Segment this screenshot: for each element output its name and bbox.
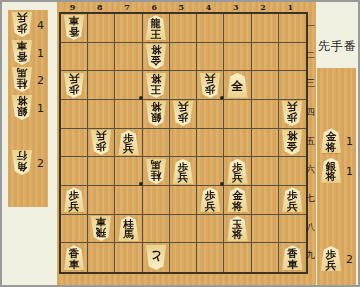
square-7-7[interactable] — [115, 186, 142, 215]
shogi-piece-歩兵-gote[interactable]: 歩兵 — [11, 12, 33, 37]
piece-kanji: 全 — [231, 80, 243, 92]
square-1-3[interactable] — [279, 71, 306, 100]
piece-kanji: 銀 — [17, 106, 28, 117]
shogi-piece-銀将-sente[interactable]: 銀将 — [320, 158, 342, 183]
square-2-7[interactable] — [252, 186, 279, 215]
file-label-5: 5 — [168, 3, 195, 12]
shogi-piece-歩兵-sente[interactable]: 歩兵 — [63, 187, 85, 212]
piece-kanji: 車 — [69, 16, 80, 27]
piece-kanji: 将 — [326, 142, 337, 153]
square-9-4[interactable] — [61, 100, 88, 129]
square-8-8[interactable]: 飛車 — [88, 215, 115, 244]
square-8-2[interactable] — [88, 43, 115, 72]
file-label-8: 8 — [86, 3, 113, 12]
square-6-5[interactable] — [143, 129, 170, 158]
piece-kanji: 角 — [17, 161, 28, 172]
square-9-7[interactable]: 歩兵 — [61, 186, 88, 215]
square-2-9[interactable] — [252, 243, 279, 272]
shogi-piece-香車-sente[interactable]: 香車 — [281, 245, 303, 270]
piece-kanji: 馬 — [123, 229, 134, 240]
square-2-3[interactable] — [252, 71, 279, 100]
square-2-8[interactable] — [252, 215, 279, 244]
file-label-4: 4 — [195, 3, 222, 12]
square-4-5[interactable] — [197, 129, 224, 158]
piece-kanji: 香 — [17, 51, 28, 62]
shogi-piece-歩兵-sente[interactable]: 歩兵 — [118, 130, 140, 155]
square-1-4[interactable]: 歩兵 — [279, 100, 306, 129]
square-5-8[interactable] — [170, 215, 197, 244]
piece-kanji: 王 — [151, 29, 162, 40]
shogi-piece-飛車-gote[interactable]: 飛車 — [90, 216, 112, 241]
shogi-piece-歩兵-sente[interactable]: 歩兵 — [199, 187, 221, 212]
shogi-piece-歩兵-sente[interactable]: 歩兵 — [172, 159, 194, 184]
square-2-5[interactable] — [252, 129, 279, 158]
square-6-7[interactable] — [143, 186, 170, 215]
shogi-piece-龍王-sente[interactable]: 龍王 — [145, 15, 167, 40]
square-3-5[interactable] — [224, 129, 251, 158]
square-9-2[interactable] — [61, 43, 88, 72]
piece-kanji: 兵 — [178, 102, 189, 113]
piece-kanji: 兵 — [17, 13, 28, 24]
square-3-2[interactable] — [224, 43, 251, 72]
shogi-piece-歩兵-gote[interactable]: 歩兵 — [281, 101, 303, 126]
shogi-piece-金将-gote[interactable]: 金将 — [281, 130, 303, 155]
board-star-point — [139, 182, 143, 186]
gote-captured-tray: 歩兵4香車1桂馬2銀将1角行2 — [8, 10, 48, 207]
square-6-4[interactable]: 銀将 — [143, 100, 170, 129]
piece-kanji: 桂 — [17, 79, 28, 90]
piece-kanji: 兵 — [326, 260, 337, 271]
shogi-piece-銀将-gote[interactable]: 銀将 — [145, 101, 167, 126]
shogi-piece-歩兵-gote[interactable]: 歩兵 — [63, 73, 85, 98]
piece-kanji: 兵 — [69, 74, 80, 85]
square-4-1[interactable] — [197, 14, 224, 43]
square-1-9[interactable]: 香車 — [279, 243, 306, 272]
piece-kanji: 馬 — [17, 68, 28, 79]
piece-kanji: 兵 — [232, 172, 243, 183]
square-3-9[interactable] — [224, 243, 251, 272]
captured-count-香車: 1 — [37, 48, 44, 60]
file-label-3: 3 — [222, 3, 249, 12]
rank-label-8: 八 — [305, 213, 316, 242]
square-8-3[interactable] — [88, 71, 115, 100]
sente-captured-tray: 金将1銀将1歩兵2 — [317, 68, 356, 285]
square-2-1[interactable] — [252, 14, 279, 43]
square-9-1[interactable]: 香車 — [61, 14, 88, 43]
file-label-2: 2 — [249, 3, 276, 12]
square-5-2[interactable] — [170, 43, 197, 72]
rank-label-1: 一 — [305, 12, 316, 41]
square-4-2[interactable] — [197, 43, 224, 72]
shogi-piece-金将-gote[interactable]: 金将 — [145, 44, 167, 69]
file-label-9: 9 — [59, 3, 86, 12]
square-8-5[interactable]: 歩兵 — [88, 129, 115, 158]
square-8-6[interactable] — [88, 157, 115, 186]
shogi-piece-歩兵-gote[interactable]: 歩兵 — [90, 130, 112, 155]
square-7-5[interactable]: 歩兵 — [115, 129, 142, 158]
shogi-piece-歩兵-sente[interactable]: 歩兵 — [281, 187, 303, 212]
square-9-3[interactable]: 歩兵 — [61, 71, 88, 100]
piece-kanji: 歩 — [69, 84, 80, 95]
piece-kanji: 馬 — [151, 160, 162, 171]
captured-count-桂馬: 2 — [37, 75, 44, 87]
board-star-point — [220, 182, 224, 186]
captured-count-歩兵: 2 — [346, 254, 353, 266]
square-1-7[interactable]: 歩兵 — [279, 186, 306, 215]
rank-label-7: 七 — [305, 184, 316, 213]
square-3-1[interactable] — [224, 14, 251, 43]
piece-kanji: 金 — [151, 55, 162, 66]
square-3-3[interactable]: 全 — [224, 71, 251, 100]
square-6-2[interactable]: 金将 — [143, 43, 170, 72]
captured-count-金将: 1 — [346, 136, 353, 148]
square-5-6[interactable]: 歩兵 — [170, 157, 197, 186]
square-7-9[interactable] — [115, 243, 142, 272]
shogi-piece-角行-gote[interactable]: 角行 — [11, 150, 33, 175]
piece-kanji: と — [150, 251, 162, 263]
piece-kanji: 兵 — [69, 201, 80, 212]
square-1-5[interactable]: 金将 — [279, 129, 306, 158]
square-3-6[interactable]: 歩兵 — [224, 157, 251, 186]
shogi-piece-全-sente[interactable]: 全 — [226, 73, 248, 98]
shogi-piece-香車-sente[interactable]: 香車 — [63, 245, 85, 270]
square-3-8[interactable]: 玉将 — [224, 215, 251, 244]
square-5-1[interactable] — [170, 14, 197, 43]
rank-label-9: 九 — [305, 242, 316, 271]
square-8-7[interactable] — [88, 186, 115, 215]
piece-kanji: 車 — [287, 259, 298, 270]
piece-kanji: 将 — [287, 131, 298, 142]
square-5-4[interactable]: 歩兵 — [170, 100, 197, 129]
square-7-1[interactable] — [115, 14, 142, 43]
piece-kanji: 将 — [17, 96, 28, 107]
square-9-9[interactable]: 香車 — [61, 243, 88, 272]
shogi-piece-玉将-sente[interactable]: 玉将 — [226, 216, 248, 241]
shogi-piece-桂馬-sente[interactable]: 桂馬 — [118, 216, 140, 241]
square-7-4[interactable] — [115, 100, 142, 129]
shogi-board: 香車龍王金将歩兵王将歩兵全銀将歩兵歩兵歩兵歩兵金将桂馬歩兵歩兵歩兵歩兵金将歩兵飛… — [59, 12, 308, 274]
file-label-6: 6 — [141, 3, 168, 12]
piece-kanji: 香 — [69, 27, 80, 38]
square-9-8[interactable] — [61, 215, 88, 244]
shogi-piece-香車-gote[interactable]: 香車 — [11, 40, 33, 65]
board-star-point — [139, 96, 143, 100]
square-5-3[interactable] — [170, 71, 197, 100]
square-6-1[interactable]: 龍王 — [143, 14, 170, 43]
piece-kanji: 歩 — [96, 141, 107, 152]
turn-indicator: 先手番 — [318, 38, 357, 55]
piece-kanji: 金 — [287, 141, 298, 152]
shogi-piece-銀将-gote[interactable]: 銀将 — [11, 95, 33, 120]
piece-kanji: 車 — [17, 41, 28, 52]
square-1-6[interactable] — [279, 157, 306, 186]
piece-kanji: 王 — [151, 84, 162, 95]
file-label-1: 1 — [277, 3, 304, 12]
shogi-piece-金将-sente[interactable]: 金将 — [320, 128, 342, 153]
piece-kanji: 兵 — [178, 172, 189, 183]
square-3-4[interactable] — [224, 100, 251, 129]
square-9-5[interactable] — [61, 129, 88, 158]
captured-count-銀将: 1 — [346, 166, 353, 178]
piece-kanji: 将 — [232, 229, 243, 240]
captured-count-銀将: 1 — [37, 103, 44, 115]
square-4-7[interactable]: 歩兵 — [197, 186, 224, 215]
square-3-7[interactable]: 金将 — [224, 186, 251, 215]
square-7-8[interactable]: 桂馬 — [115, 215, 142, 244]
square-7-2[interactable] — [115, 43, 142, 72]
shogi-app-window: 987654321 香車龍王金将歩兵王将歩兵全銀将歩兵歩兵歩兵歩兵金将桂馬歩兵歩… — [0, 0, 360, 287]
square-4-8[interactable] — [197, 215, 224, 244]
piece-kanji: 飛 — [96, 227, 107, 238]
board-star-point — [220, 96, 224, 100]
shogi-piece-歩兵-gote[interactable]: 歩兵 — [199, 73, 221, 98]
shogi-piece-王将-gote[interactable]: 王将 — [145, 73, 167, 98]
file-label-7: 7 — [113, 3, 140, 12]
piece-kanji: 兵 — [205, 74, 216, 85]
square-4-4[interactable] — [197, 100, 224, 129]
square-2-4[interactable] — [252, 100, 279, 129]
square-1-8[interactable] — [279, 215, 306, 244]
square-6-3[interactable]: 王将 — [143, 71, 170, 100]
rank-label-2: 二 — [305, 41, 316, 70]
piece-kanji: 歩 — [326, 249, 337, 260]
shogi-piece-歩兵-sente[interactable]: 歩兵 — [226, 159, 248, 184]
square-5-5[interactable] — [170, 129, 197, 158]
piece-kanji: 兵 — [96, 131, 107, 142]
square-2-2[interactable] — [252, 43, 279, 72]
piece-kanji: 将 — [151, 45, 162, 56]
piece-kanji: 兵 — [287, 201, 298, 212]
shogi-piece-金将-sente[interactable]: 金将 — [226, 187, 248, 212]
piece-kanji: 車 — [69, 259, 80, 270]
piece-kanji: 将 — [151, 74, 162, 85]
piece-kanji: 桂 — [151, 170, 162, 181]
square-1-2[interactable] — [279, 43, 306, 72]
shogi-piece-歩兵-gote[interactable]: 歩兵 — [172, 101, 194, 126]
piece-kanji: 兵 — [123, 143, 134, 154]
rank-label-6: 六 — [305, 156, 316, 185]
square-8-1[interactable] — [88, 14, 115, 43]
square-2-6[interactable] — [252, 157, 279, 186]
square-5-7[interactable] — [170, 186, 197, 215]
piece-kanji: 将 — [151, 102, 162, 113]
piece-kanji: 兵 — [287, 102, 298, 113]
piece-kanji: 将 — [232, 201, 243, 212]
piece-kanji: 歩 — [287, 113, 298, 124]
square-4-9[interactable] — [197, 243, 224, 272]
captured-count-角行: 2 — [37, 158, 44, 170]
square-8-4[interactable] — [88, 100, 115, 129]
piece-kanji: 将 — [326, 171, 337, 182]
piece-kanji: 歩 — [205, 84, 216, 95]
shogi-piece-歩兵-sente[interactable]: 歩兵 — [320, 246, 342, 271]
piece-kanji: 歩 — [178, 113, 189, 124]
square-9-6[interactable] — [61, 157, 88, 186]
captured-count-歩兵: 4 — [37, 20, 44, 32]
square-6-8[interactable] — [143, 215, 170, 244]
shogi-piece-桂馬-gote[interactable]: 桂馬 — [145, 159, 167, 184]
rank-label-3: 三 — [305, 69, 316, 98]
square-5-9[interactable] — [170, 243, 197, 272]
square-6-6[interactable]: 桂馬 — [143, 157, 170, 186]
square-6-9[interactable]: と — [143, 243, 170, 272]
shogi-piece-と-gote[interactable]: と — [145, 245, 167, 270]
shogi-piece-香車-gote[interactable]: 香車 — [63, 15, 85, 40]
shogi-piece-桂馬-gote[interactable]: 桂馬 — [11, 67, 33, 92]
square-1-1[interactable] — [279, 14, 306, 43]
piece-kanji: 歩 — [17, 24, 28, 35]
piece-kanji: 銀 — [151, 113, 162, 124]
rank-label-5: 五 — [305, 127, 316, 156]
rank-label-4: 四 — [305, 98, 316, 127]
square-8-9[interactable] — [88, 243, 115, 272]
piece-kanji: 兵 — [205, 201, 216, 212]
piece-kanji: 車 — [96, 217, 107, 228]
piece-kanji: 行 — [17, 151, 28, 162]
